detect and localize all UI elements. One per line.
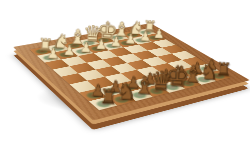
white-pawn: ♟: [95, 37, 108, 51]
black-rook: ♜: [99, 87, 118, 108]
board-squares-grid: ♜♞♝♛♚♝♞♜♟♟♟♟♟♟♟♟♟♟♟♟♟♟♟♟♜♞♝♛♚♝♞♜: [30, 28, 231, 110]
white-pawn: ♟: [79, 40, 92, 54]
white-pawn: ♟: [63, 43, 76, 57]
square-a2: ♟: [37, 53, 61, 63]
white-pawn: ♟: [46, 46, 59, 61]
white-pawn: ♟: [139, 29, 151, 42]
black-knight: ♞: [116, 79, 138, 103]
white-pawn: ♟: [124, 32, 136, 46]
white-pawn: ♟: [153, 27, 165, 40]
white-pawn: ♟: [110, 34, 123, 48]
